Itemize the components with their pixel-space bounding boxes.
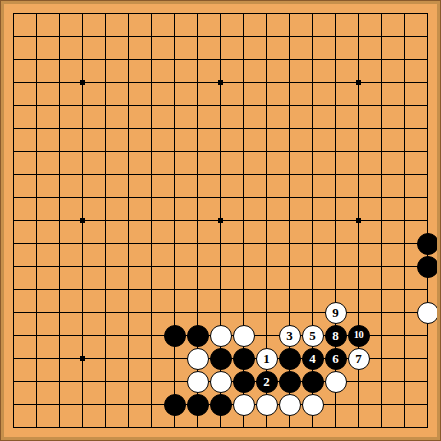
stone-white bbox=[279, 394, 301, 416]
stone-black bbox=[164, 394, 186, 416]
stone-white bbox=[210, 371, 232, 393]
move-9-stone-white: 9 bbox=[325, 302, 347, 324]
stone-black bbox=[210, 348, 232, 370]
stone-black bbox=[233, 348, 255, 370]
stone-black bbox=[233, 371, 255, 393]
stone-white bbox=[233, 394, 255, 416]
goban: 35981014672 bbox=[0, 0, 441, 441]
stone-black bbox=[279, 348, 301, 370]
stone-white bbox=[302, 394, 324, 416]
stone-black bbox=[187, 325, 209, 347]
move-7-stone-white: 7 bbox=[348, 348, 370, 370]
stone-white bbox=[417, 302, 439, 324]
stone-white bbox=[187, 348, 209, 370]
move-4-stone-black: 4 bbox=[302, 348, 324, 370]
stone-black bbox=[164, 325, 186, 347]
move-8-stone-black: 8 bbox=[325, 325, 347, 347]
stone-black bbox=[302, 371, 324, 393]
stone-black bbox=[210, 394, 232, 416]
stone-black bbox=[187, 394, 209, 416]
move-5-stone-white: 5 bbox=[302, 325, 324, 347]
stone-black bbox=[417, 256, 439, 278]
stone-white bbox=[210, 325, 232, 347]
stone-white bbox=[256, 394, 278, 416]
move-10-stone-black: 10 bbox=[348, 325, 370, 347]
move-2-stone-black: 2 bbox=[256, 371, 278, 393]
stone-white bbox=[187, 371, 209, 393]
stones-grid: 35981014672 bbox=[2, 2, 439, 439]
move-6-stone-black: 6 bbox=[325, 348, 347, 370]
stone-white bbox=[325, 371, 347, 393]
stone-white bbox=[233, 325, 255, 347]
move-3-stone-white: 3 bbox=[279, 325, 301, 347]
move-1-stone-white: 1 bbox=[256, 348, 278, 370]
stone-black bbox=[417, 233, 439, 255]
stone-black bbox=[279, 371, 301, 393]
